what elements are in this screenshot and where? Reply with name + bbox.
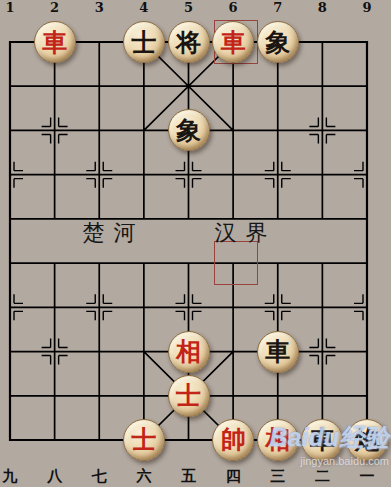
file-label-top-1: 1 (5, 0, 14, 15)
board-point-5-0: 車 (211, 20, 256, 64)
file-label-top-8: 8 (318, 0, 327, 15)
file-label-bottom-5: 五 (181, 467, 196, 486)
board-point-6-9: 相 (255, 418, 300, 462)
piece-black-chariot[interactable]: 車 (301, 419, 343, 461)
pieces-grid: 車士将車象象相車士士帥相車炮 (0, 20, 389, 462)
board-point-3-0: 士 (122, 20, 167, 64)
file-label-bottom-2: 二 (315, 467, 330, 486)
piece-red-chariot[interactable]: 車 (212, 21, 254, 63)
file-label-top-9: 9 (362, 0, 371, 15)
piece-black-elephant[interactable]: 象 (257, 21, 299, 63)
file-label-bottom-9: 九 (3, 467, 18, 486)
board-point-6-0: 象 (255, 20, 300, 64)
piece-red-advisor[interactable]: 士 (123, 419, 165, 461)
board-point-4-2: 象 (166, 108, 211, 152)
piece-black-general[interactable]: 将 (168, 21, 210, 63)
board-point-7-9: 車 (300, 418, 345, 462)
board-point-3-9: 士 (122, 418, 167, 462)
file-label-top-7: 7 (273, 0, 282, 15)
board-point-5-9: 帥 (211, 418, 256, 462)
file-label-bottom-3: 三 (270, 467, 285, 486)
piece-red-elephant[interactable]: 相 (257, 419, 299, 461)
piece-black-cannon[interactable]: 炮 (346, 419, 388, 461)
board-point-6-7: 車 (255, 329, 300, 373)
river-label-chu: 楚河 (74, 218, 145, 248)
board-point-4-0: 将 (166, 20, 211, 64)
file-label-top-5: 5 (184, 0, 193, 15)
piece-black-elephant[interactable]: 象 (168, 109, 210, 151)
piece-red-chariot[interactable]: 車 (34, 21, 76, 63)
board-point-4-8: 士 (166, 374, 211, 418)
file-label-top-4: 4 (139, 0, 148, 15)
file-label-top-2: 2 (50, 0, 59, 15)
piece-red-advisor[interactable]: 士 (168, 375, 210, 417)
board-point-4-7: 相 (166, 329, 211, 373)
xiangqi-board-screenshot: 123456789 九八七六五四三二一 楚河 汉界 車士将車象象相車士士帥相車炮… (0, 0, 391, 487)
piece-black-advisor[interactable]: 士 (123, 21, 165, 63)
file-label-bottom-8: 八 (47, 467, 62, 486)
file-label-bottom-1: 一 (360, 467, 375, 486)
piece-red-general[interactable]: 帥 (212, 419, 254, 461)
piece-red-elephant[interactable]: 相 (168, 331, 210, 373)
file-label-bottom-6: 六 (136, 467, 151, 486)
file-label-bottom-7: 七 (92, 467, 107, 486)
file-label-top-6: 6 (229, 0, 238, 15)
board-point-8-9: 炮 (345, 418, 390, 462)
river-label-han: 汉界 (206, 218, 277, 248)
file-label-top-3: 3 (95, 0, 104, 15)
piece-black-chariot[interactable]: 車 (257, 331, 299, 373)
board-point-1-0: 車 (32, 20, 77, 64)
file-label-bottom-4: 四 (226, 467, 241, 486)
